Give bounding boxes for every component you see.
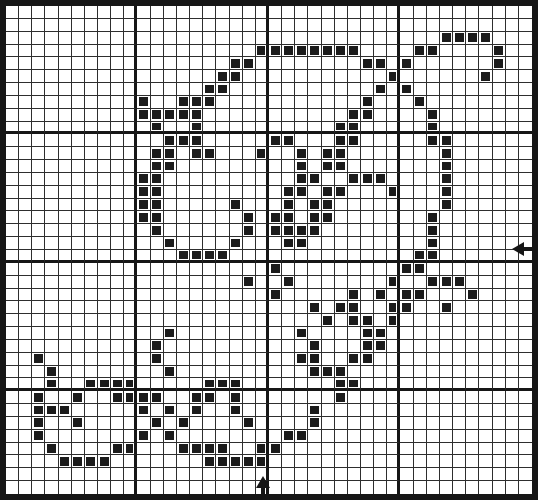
grid-cell [374, 160, 387, 173]
grid-cell [45, 443, 58, 456]
stitch-square [363, 316, 372, 325]
grid-cell [308, 481, 321, 494]
grid-cell [111, 211, 124, 224]
grid-cell [361, 147, 374, 160]
grid-cell [137, 378, 150, 391]
grid-cell [164, 250, 177, 263]
stitch-square [376, 59, 385, 68]
grid-cell [59, 481, 72, 494]
grid-cell [479, 301, 492, 314]
grid-cell [19, 455, 32, 468]
grid-cell [243, 224, 256, 237]
grid-cell [387, 109, 400, 122]
grid-cell [466, 327, 479, 340]
grid-cell [400, 147, 413, 160]
grid-cell [335, 340, 348, 353]
grid-cell [387, 443, 400, 456]
grid-cell [295, 237, 308, 250]
stitch-square [284, 46, 293, 55]
grid-cell [98, 481, 111, 494]
grid-cell [387, 250, 400, 263]
grid-cell [453, 57, 466, 70]
grid-cell [111, 263, 124, 276]
grid-cell [151, 211, 164, 224]
grid-cell [519, 32, 532, 45]
grid-cell [164, 237, 177, 250]
grid-cell [111, 160, 124, 173]
grid-cell [282, 186, 295, 199]
grid-cell [322, 57, 335, 70]
grid-cell [414, 481, 427, 494]
grid-cell [400, 276, 413, 289]
grid-cell [256, 301, 269, 314]
grid-cell [400, 404, 413, 417]
grid-cell [479, 186, 492, 199]
stitch-square [139, 200, 148, 209]
grid-cell [164, 6, 177, 19]
grid-cell [98, 19, 111, 32]
grid-cell [414, 455, 427, 468]
stitch-square [310, 341, 319, 350]
stitch-square [205, 251, 214, 258]
stitch-square [165, 110, 174, 119]
stitch-square [86, 457, 95, 466]
grid-cell [348, 83, 361, 96]
grid-cell [59, 96, 72, 109]
grid-cell [322, 481, 335, 494]
stitch-square [179, 97, 188, 106]
grid-cell [453, 301, 466, 314]
stitch-square [349, 380, 358, 387]
grid-cell [308, 160, 321, 173]
grid-cell [479, 289, 492, 302]
grid-cell [269, 19, 282, 32]
grid-cell [124, 340, 137, 353]
grid-cell [72, 314, 85, 327]
grid-cell [190, 199, 203, 212]
grid-cell [295, 96, 308, 109]
grid-cell [177, 391, 190, 404]
grid-cell [466, 468, 479, 481]
grid-cell [177, 378, 190, 391]
grid-cell [59, 353, 72, 366]
grid-cell [177, 340, 190, 353]
grid-cell [466, 83, 479, 96]
grid-cell [6, 263, 19, 276]
grid-cell [387, 147, 400, 160]
grid-cell [479, 19, 492, 32]
grid-cell [453, 237, 466, 250]
grid-cell [348, 391, 361, 404]
grid-cell [493, 417, 506, 430]
grid-cell [6, 404, 19, 417]
grid-cell [203, 468, 216, 481]
stitch-square [323, 316, 332, 325]
grid-cell [124, 378, 137, 391]
grid-cell [124, 224, 137, 237]
stitch-square [310, 174, 319, 183]
grid-cell [269, 122, 282, 135]
stitch-square [152, 174, 161, 183]
grid-cell [19, 147, 32, 160]
grid-cell [374, 19, 387, 32]
grid-cell [230, 160, 243, 173]
grid-cell [98, 237, 111, 250]
stitch-square [244, 457, 253, 466]
grid-cell [374, 430, 387, 443]
grid-cell [374, 57, 387, 70]
grid-cell [216, 186, 229, 199]
grid-cell [137, 237, 150, 250]
grid-cell [85, 314, 98, 327]
stitch-square [310, 213, 319, 222]
grid-cell [19, 199, 32, 212]
grid-cell [151, 455, 164, 468]
stitch-square [152, 341, 161, 350]
grid-cell [348, 32, 361, 45]
grid-cell [45, 57, 58, 70]
grid-cell [335, 250, 348, 263]
grid-cell [387, 57, 400, 70]
grid-cell [59, 19, 72, 32]
grid-cell [348, 211, 361, 224]
grid-cell [32, 160, 45, 173]
stitch-square [297, 187, 306, 196]
grid-cell [190, 186, 203, 199]
grid-cell [414, 32, 427, 45]
grid-cell [85, 430, 98, 443]
grid-cell [282, 224, 295, 237]
grid-cell [137, 147, 150, 160]
grid-cell [243, 289, 256, 302]
grid-cell [230, 301, 243, 314]
grid-cell [282, 404, 295, 417]
grid-cell [85, 224, 98, 237]
grid-cell [111, 57, 124, 70]
grid-cell [111, 19, 124, 32]
grid-cell [295, 199, 308, 212]
grid-cell [137, 109, 150, 122]
stitch-square [271, 213, 280, 222]
stitch-square [336, 187, 345, 196]
grid-cell [98, 250, 111, 263]
stitch-square [73, 393, 82, 402]
grid-cell [164, 173, 177, 186]
grid-cell [98, 340, 111, 353]
stitch-square [297, 162, 306, 171]
grid-cell [32, 32, 45, 45]
grid-cell [374, 96, 387, 109]
stitch-square [349, 290, 358, 299]
grid-cell [164, 70, 177, 83]
grid-cell [203, 83, 216, 96]
grid-cell [295, 160, 308, 173]
grid-cell [400, 6, 413, 19]
grid-cell [111, 276, 124, 289]
grid-cell [282, 263, 295, 276]
stitch-square [73, 457, 82, 466]
stitch-square [192, 444, 201, 453]
grid-cell [506, 32, 519, 45]
grid-cell [111, 289, 124, 302]
grid-cell [32, 6, 45, 19]
grid-cell [19, 353, 32, 366]
grid-cell [32, 224, 45, 237]
grid-cell [295, 57, 308, 70]
grid-cell [6, 237, 19, 250]
grid-cell [322, 160, 335, 173]
grid-cell [124, 160, 137, 173]
grid-cell [400, 45, 413, 58]
grid-cell [203, 366, 216, 379]
grid-cell [414, 186, 427, 199]
grid-cell [203, 45, 216, 58]
grid-cell [137, 481, 150, 494]
grid-cell [137, 404, 150, 417]
grid-cell [361, 199, 374, 212]
grid-cell [400, 186, 413, 199]
grid-cell [269, 289, 282, 302]
grid-cell [493, 70, 506, 83]
grid-cell [98, 32, 111, 45]
grid-cell [177, 96, 190, 109]
grid-cell [308, 19, 321, 32]
stitch-square [455, 277, 464, 286]
grid-cell [348, 468, 361, 481]
stitch-square [271, 264, 280, 273]
grid-cell [230, 391, 243, 404]
grid-cell [282, 443, 295, 456]
grid-cell [414, 404, 427, 417]
grid-cell [164, 57, 177, 70]
grid-cell [348, 134, 361, 147]
stitch-square [231, 380, 240, 387]
grid-cell [45, 45, 58, 58]
grid-cell [32, 186, 45, 199]
grid-cell [348, 481, 361, 494]
grid-cell [493, 430, 506, 443]
stitch-square [336, 46, 345, 55]
grid-cell [427, 96, 440, 109]
stitch-square [179, 110, 188, 119]
grid-cell [269, 250, 282, 263]
grid-cell [493, 96, 506, 109]
grid-cell [414, 57, 427, 70]
grid-cell [374, 211, 387, 224]
grid-cell [177, 147, 190, 160]
grid-cell [453, 109, 466, 122]
grid-cell [440, 276, 453, 289]
stitch-square [152, 226, 161, 235]
grid-cell [111, 353, 124, 366]
grid-cell [348, 6, 361, 19]
grid-cell [506, 378, 519, 391]
grid-cell [400, 32, 413, 45]
stitch-square [336, 136, 345, 145]
grid-cell [295, 289, 308, 302]
grid-cell [243, 70, 256, 83]
grid-cell [361, 455, 374, 468]
grid-cell [479, 96, 492, 109]
grid-cell [453, 250, 466, 263]
grid-cell [506, 96, 519, 109]
grid-cell [203, 19, 216, 32]
grid-cell [322, 314, 335, 327]
grid-cell [427, 455, 440, 468]
grid-cell [59, 224, 72, 237]
stitch-square [192, 251, 201, 258]
grid-cell [111, 327, 124, 340]
grid-cell [177, 263, 190, 276]
stitch-square [34, 431, 43, 440]
grid-cell [427, 122, 440, 135]
grid-cell [230, 70, 243, 83]
grid-cell [519, 468, 532, 481]
grid-cell [85, 122, 98, 135]
center-column-arrow-icon [256, 476, 270, 500]
stitch-square [442, 187, 451, 196]
grid-cell [519, 404, 532, 417]
grid-cell [308, 122, 321, 135]
grid-cell [427, 378, 440, 391]
grid-cell [111, 455, 124, 468]
grid-cell [427, 250, 440, 263]
grid-cell [322, 455, 335, 468]
stitch-square [179, 251, 188, 258]
grid-cell [400, 443, 413, 456]
grid-cell [374, 353, 387, 366]
grid-cell [374, 314, 387, 327]
grid-cell [493, 160, 506, 173]
grid-cell [348, 378, 361, 391]
grid-cell [453, 443, 466, 456]
grid-cell [243, 199, 256, 212]
grid-cell [216, 455, 229, 468]
grid-cell [479, 122, 492, 135]
grid-cell [387, 417, 400, 430]
grid-cell [506, 430, 519, 443]
grid-cell [361, 211, 374, 224]
grid-cell [466, 211, 479, 224]
grid-cell [322, 199, 335, 212]
grid-cell [361, 378, 374, 391]
stitch-square [152, 187, 161, 196]
grid-cell [493, 455, 506, 468]
grid-cell [243, 134, 256, 147]
grid-cell [59, 57, 72, 70]
grid-cell [400, 211, 413, 224]
grid-cell [124, 134, 137, 147]
grid-cell [137, 19, 150, 32]
grid-cell [374, 224, 387, 237]
grid-cell [190, 83, 203, 96]
grid-cell [466, 147, 479, 160]
grid-cell [98, 353, 111, 366]
stitch-square [428, 136, 437, 145]
grid-cell [322, 122, 335, 135]
grid-cell [335, 109, 348, 122]
grid-cell [256, 353, 269, 366]
grid-cell [400, 70, 413, 83]
grid-cell [308, 45, 321, 58]
grid-cell [374, 340, 387, 353]
grid-cell [427, 430, 440, 443]
center-row-arrow-icon [512, 242, 538, 256]
stitch-square [152, 393, 161, 402]
grid-cell [124, 199, 137, 212]
grid-cell [72, 211, 85, 224]
grid-cell [6, 160, 19, 173]
grid-cell [137, 70, 150, 83]
grid-cell [164, 19, 177, 32]
grid-cell [374, 122, 387, 135]
grid-cell [387, 173, 400, 186]
grid-cell [282, 366, 295, 379]
grid-cell [269, 404, 282, 417]
grid-cell [164, 327, 177, 340]
grid-cell [282, 289, 295, 302]
stitch-square [284, 239, 293, 248]
grid-cell [453, 327, 466, 340]
grid-cell [111, 96, 124, 109]
grid-cell [256, 404, 269, 417]
grid-cell [335, 122, 348, 135]
grid-cell [361, 468, 374, 481]
grid-cell [361, 443, 374, 456]
grid-cell [493, 314, 506, 327]
grid-cell [32, 417, 45, 430]
grid-cell [216, 353, 229, 366]
grid-cell [295, 391, 308, 404]
grid-cell [19, 417, 32, 430]
grid-cell [137, 45, 150, 58]
grid-cell [400, 263, 413, 276]
stitch-square [481, 72, 490, 81]
grid-cell [269, 378, 282, 391]
grid-cell [72, 160, 85, 173]
grid-cell [164, 468, 177, 481]
grid-cell [151, 186, 164, 199]
grid-cell [216, 134, 229, 147]
grid-cell [466, 481, 479, 494]
grid-cell [308, 134, 321, 147]
grid-cell [256, 455, 269, 468]
grid-cell [45, 96, 58, 109]
grid-cell [453, 468, 466, 481]
grid-cell [269, 340, 282, 353]
grid-cell [230, 353, 243, 366]
grid-cell [348, 173, 361, 186]
grid-cell [387, 134, 400, 147]
grid-cell [440, 481, 453, 494]
grid-cell [151, 32, 164, 45]
grid-cell [400, 301, 413, 314]
grid-cell [177, 6, 190, 19]
stitch-square [218, 444, 227, 453]
grid-cell [98, 6, 111, 19]
grid-cell [137, 301, 150, 314]
grid-cell [256, 173, 269, 186]
grid-cell [269, 186, 282, 199]
grid-cell [230, 430, 243, 443]
grid-cell [151, 430, 164, 443]
grid-cell [45, 430, 58, 443]
grid-cell [72, 366, 85, 379]
grid-cell [519, 378, 532, 391]
grid-cell [32, 391, 45, 404]
grid-cell [19, 57, 32, 70]
grid-cell [72, 122, 85, 135]
